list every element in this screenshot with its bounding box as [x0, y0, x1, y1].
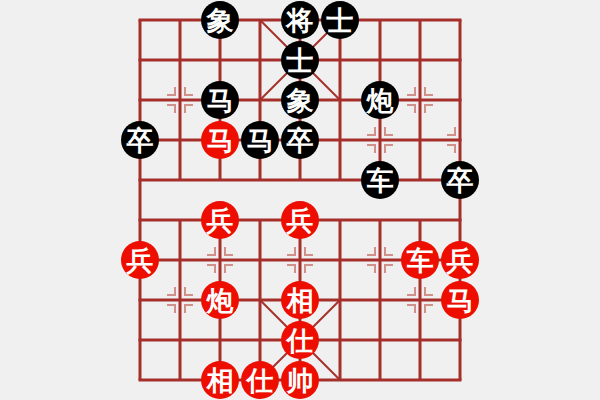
xiangqi-app: 象将士士马象炮卒马马卒车卒兵兵兵车兵炮相马仕相仕帅 [0, 0, 600, 400]
piece-black-chariot[interactable]: 车 [361, 161, 399, 199]
piece-red-horse[interactable]: 马 [441, 281, 479, 319]
piece-red-pawn[interactable]: 兵 [281, 201, 319, 239]
piece-black-pawn[interactable]: 卒 [281, 121, 319, 159]
piece-red-pawn[interactable]: 兵 [201, 201, 239, 239]
piece-red-horse[interactable]: 马 [201, 121, 239, 159]
piece-red-general[interactable]: 帅 [281, 361, 319, 399]
piece-red-pawn[interactable]: 兵 [121, 241, 159, 279]
piece-black-horse[interactable]: 马 [201, 81, 239, 119]
piece-black-pawn[interactable]: 卒 [441, 161, 479, 199]
piece-black-elephant[interactable]: 象 [281, 81, 319, 119]
piece-black-elephant[interactable]: 象 [201, 1, 239, 39]
piece-black-horse[interactable]: 马 [241, 121, 279, 159]
pieces-layer: 象将士士马象炮卒马马卒车卒兵兵兵车兵炮相马仕相仕帅 [120, 0, 480, 400]
piece-black-pawn[interactable]: 卒 [121, 121, 159, 159]
piece-red-elephant[interactable]: 相 [281, 281, 319, 319]
piece-red-cannon[interactable]: 炮 [201, 281, 239, 319]
piece-red-pawn[interactable]: 兵 [441, 241, 479, 279]
piece-red-elephant[interactable]: 相 [201, 361, 239, 399]
piece-black-general[interactable]: 将 [281, 1, 319, 39]
piece-black-cannon[interactable]: 炮 [361, 81, 399, 119]
piece-red-advisor[interactable]: 仕 [241, 361, 279, 399]
piece-black-advisor[interactable]: 士 [321, 1, 359, 39]
piece-black-advisor[interactable]: 士 [281, 41, 319, 79]
piece-red-advisor[interactable]: 仕 [281, 321, 319, 359]
piece-red-chariot[interactable]: 车 [401, 241, 439, 279]
